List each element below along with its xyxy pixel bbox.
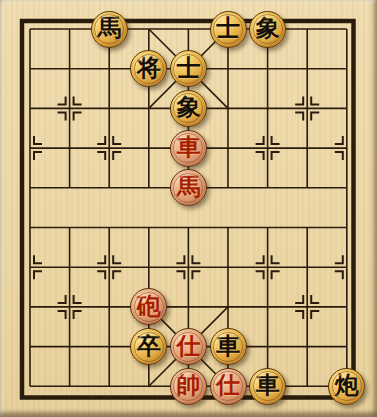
- piece-glyph: 炮: [335, 373, 359, 397]
- piece-black-elephant[interactable]: 象: [249, 11, 286, 48]
- piece-red-advisor[interactable]: 仕: [210, 368, 247, 405]
- piece-glyph: 士: [216, 16, 240, 40]
- piece-glyph: 仕: [176, 334, 200, 358]
- piece-glyph: 帥: [176, 373, 200, 397]
- piece-glyph: 馬: [97, 16, 121, 40]
- piece-glyph: 将: [137, 56, 161, 80]
- piece-red-general[interactable]: 帥: [170, 368, 207, 405]
- piece-glyph: 仕: [216, 373, 240, 397]
- piece-glyph: 車: [216, 334, 240, 358]
- piece-black-horse[interactable]: 馬: [91, 11, 128, 48]
- piece-black-soldier[interactable]: 卒: [130, 328, 167, 365]
- piece-black-general[interactable]: 将: [130, 50, 167, 87]
- piece-glyph: 象: [256, 16, 280, 40]
- piece-glyph: 馬: [176, 175, 200, 199]
- piece-black-cannon[interactable]: 炮: [328, 368, 365, 405]
- piece-black-chariot[interactable]: 車: [210, 328, 247, 365]
- piece-black-advisor[interactable]: 士: [210, 11, 247, 48]
- piece-red-horse[interactable]: 馬: [170, 169, 207, 206]
- piece-glyph: 車: [176, 135, 200, 159]
- piece-black-elephant[interactable]: 象: [170, 90, 207, 127]
- piece-glyph: 砲: [137, 294, 161, 318]
- pieces-layer: 馬士象将士象車馬砲卒仕車帥仕車炮: [0, 0, 377, 417]
- piece-glyph: 象: [176, 95, 200, 119]
- piece-black-advisor[interactable]: 士: [170, 50, 207, 87]
- piece-black-chariot[interactable]: 車: [249, 368, 286, 405]
- piece-red-chariot[interactable]: 車: [170, 130, 207, 167]
- piece-red-cannon[interactable]: 砲: [130, 288, 167, 325]
- xiangqi-board: 馬士象将士象車馬砲卒仕車帥仕車炮: [0, 0, 377, 417]
- piece-glyph: 卒: [137, 334, 161, 358]
- piece-red-advisor[interactable]: 仕: [170, 328, 207, 365]
- piece-glyph: 車: [256, 373, 280, 397]
- piece-glyph: 士: [176, 56, 200, 80]
